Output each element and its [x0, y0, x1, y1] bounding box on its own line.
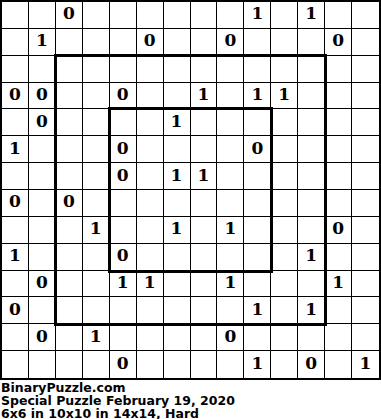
cell-r2c5[interactable]: [137, 56, 164, 83]
cell-r7c10[interactable]: [271, 190, 298, 217]
cell-r10c0[interactable]: [2, 271, 29, 298]
cell-r2c12[interactable]: [325, 56, 352, 83]
cell-r1c12: 0: [325, 29, 352, 56]
cell-r13c11: 0: [298, 351, 325, 378]
cell-r2c1[interactable]: [29, 56, 56, 83]
cell-r5c1[interactable]: [29, 136, 56, 163]
cell-r5c0: 1: [2, 136, 29, 163]
cell-r7c2: 0: [56, 190, 83, 217]
cell-r12c0[interactable]: [2, 324, 29, 351]
cell-r12c11[interactable]: [298, 324, 325, 351]
cell-r12c10[interactable]: [271, 324, 298, 351]
cell-r12c2[interactable]: [56, 324, 83, 351]
cell-r1c13[interactable]: [352, 29, 379, 56]
cell-r5c8[interactable]: [217, 136, 244, 163]
cell-r4c3[interactable]: [83, 109, 110, 136]
cell-r4c11[interactable]: [298, 109, 325, 136]
cell-r12c13[interactable]: [352, 324, 379, 351]
cell-r11c9: 1: [244, 297, 271, 324]
cell-r12c6[interactable]: [164, 324, 191, 351]
cell-r2c11[interactable]: [298, 56, 325, 83]
cell-r8c7[interactable]: [191, 217, 218, 244]
cell-r4c13[interactable]: [352, 109, 379, 136]
cell-r2c8[interactable]: [217, 56, 244, 83]
cell-r12c8: 0: [217, 324, 244, 351]
cell-r9c10[interactable]: [271, 244, 298, 271]
cell-r10c9[interactable]: [244, 271, 271, 298]
cell-r1c10[interactable]: [271, 29, 298, 56]
cell-r5c10[interactable]: [271, 136, 298, 163]
cell-r7c4[interactable]: [110, 190, 137, 217]
cell-r11c7[interactable]: [191, 297, 218, 324]
cell-r9c0: 1: [2, 244, 29, 271]
cell-r10c7[interactable]: [191, 271, 218, 298]
cell-r7c9[interactable]: [244, 190, 271, 217]
cell-r9c8[interactable]: [217, 244, 244, 271]
cell-r6c12[interactable]: [325, 163, 352, 190]
cell-r3c11[interactable]: [298, 83, 325, 110]
cell-r10c11[interactable]: [298, 271, 325, 298]
cell-r9c12[interactable]: [325, 244, 352, 271]
cell-r7c0: 0: [2, 190, 29, 217]
cell-r9c3[interactable]: [83, 244, 110, 271]
cell-r8c0[interactable]: [2, 217, 29, 244]
puzzle-spec: 6x6 in 10x10 in 14x14, Hard: [1, 407, 381, 419]
cell-r13c0[interactable]: [2, 351, 29, 378]
cell-r13c7[interactable]: [191, 351, 218, 378]
cell-r0c3[interactable]: [83, 2, 110, 29]
cell-r1c5: 0: [137, 29, 164, 56]
cell-r7c1[interactable]: [29, 190, 56, 217]
cell-r2c3[interactable]: [83, 56, 110, 83]
cell-r10c2[interactable]: [56, 271, 83, 298]
cell-r0c1[interactable]: [29, 2, 56, 29]
cell-r1c3[interactable]: [83, 29, 110, 56]
cell-r8c5[interactable]: [137, 217, 164, 244]
cell-r9c7[interactable]: [191, 244, 218, 271]
cell-r6c10[interactable]: [271, 163, 298, 190]
cell-r2c6[interactable]: [164, 56, 191, 83]
cell-r9c4: 0: [110, 244, 137, 271]
cell-r9c1[interactable]: [29, 244, 56, 271]
cell-r3c7: 1: [191, 83, 218, 110]
cell-r1c8: 0: [217, 29, 244, 56]
cell-r4c7[interactable]: [191, 109, 218, 136]
cell-r9c5[interactable]: [137, 244, 164, 271]
cell-r7c5[interactable]: [137, 190, 164, 217]
cell-r5c5[interactable]: [137, 136, 164, 163]
cell-r12c9[interactable]: [244, 324, 271, 351]
cell-r7c6[interactable]: [164, 190, 191, 217]
cell-r3c6[interactable]: [164, 83, 191, 110]
cell-r2c0[interactable]: [2, 56, 29, 83]
cell-r3c0: 0: [2, 83, 29, 110]
cell-r6c1[interactable]: [29, 163, 56, 190]
cell-r3c9: 1: [244, 83, 271, 110]
cell-r13c6[interactable]: [164, 351, 191, 378]
cell-r0c4[interactable]: [110, 2, 137, 29]
cell-r3c12[interactable]: [325, 83, 352, 110]
cell-r3c1: 0: [29, 83, 56, 110]
cell-r0c11: 1: [298, 2, 325, 29]
cell-r13c13: 1: [352, 351, 379, 378]
cell-r6c6: 1: [164, 163, 191, 190]
cell-r3c3[interactable]: [83, 83, 110, 110]
cell-r7c13[interactable]: [352, 190, 379, 217]
cell-r9c13[interactable]: [352, 244, 379, 271]
cell-r4c9[interactable]: [244, 109, 271, 136]
cell-r0c10[interactable]: [271, 2, 298, 29]
cell-r10c4: 1: [110, 271, 137, 298]
cell-r8c13[interactable]: [352, 217, 379, 244]
cell-r3c8[interactable]: [217, 83, 244, 110]
cell-r2c7[interactable]: [191, 56, 218, 83]
cell-r5c13[interactable]: [352, 136, 379, 163]
cell-r11c2[interactable]: [56, 297, 83, 324]
cell-r3c10: 1: [271, 83, 298, 110]
cell-r6c7: 1: [191, 163, 218, 190]
cell-r13c4: 0: [110, 351, 137, 378]
cell-r2c4[interactable]: [110, 56, 137, 83]
cell-r5c2[interactable]: [56, 136, 83, 163]
cell-r10c8: 1: [217, 271, 244, 298]
cell-r6c11[interactable]: [298, 163, 325, 190]
cell-r8c4[interactable]: [110, 217, 137, 244]
cell-r12c5[interactable]: [137, 324, 164, 351]
cell-r8c9[interactable]: [244, 217, 271, 244]
cell-r0c5[interactable]: [137, 2, 164, 29]
cell-r11c4[interactable]: [110, 297, 137, 324]
cell-r9c6[interactable]: [164, 244, 191, 271]
cell-r1c7[interactable]: [191, 29, 218, 56]
cell-r11c6[interactable]: [164, 297, 191, 324]
cell-r5c3[interactable]: [83, 136, 110, 163]
cell-r8c12: 0: [325, 217, 352, 244]
cell-r11c5[interactable]: [137, 297, 164, 324]
cell-r0c9: 1: [244, 2, 271, 29]
cell-r7c8[interactable]: [217, 190, 244, 217]
cell-r2c13[interactable]: [352, 56, 379, 83]
cell-r0c0[interactable]: [2, 2, 29, 29]
cell-r13c2[interactable]: [56, 351, 83, 378]
cell-r11c11: 1: [298, 297, 325, 324]
cell-r3c13[interactable]: [352, 83, 379, 110]
cell-r10c10[interactable]: [271, 271, 298, 298]
cell-r13c3[interactable]: [83, 351, 110, 378]
cell-r0c12[interactable]: [325, 2, 352, 29]
puzzle-grid: 0111000000111011000110011101010111101101…: [0, 0, 381, 380]
cell-r1c11[interactable]: [298, 29, 325, 56]
cell-r11c12[interactable]: [325, 297, 352, 324]
cell-r12c3: 1: [83, 324, 110, 351]
cell-r10c13[interactable]: [352, 271, 379, 298]
cell-r7c12[interactable]: [325, 190, 352, 217]
cell-r5c12[interactable]: [325, 136, 352, 163]
cell-r13c9: 1: [244, 351, 271, 378]
cell-r6c8[interactable]: [217, 163, 244, 190]
cell-r9c11: 1: [298, 244, 325, 271]
cell-r13c1[interactable]: [29, 351, 56, 378]
cell-r2c10[interactable]: [271, 56, 298, 83]
cell-r4c12[interactable]: [325, 109, 352, 136]
cell-r5c6[interactable]: [164, 136, 191, 163]
cell-r1c6[interactable]: [164, 29, 191, 56]
cell-r5c4: 0: [110, 136, 137, 163]
cell-r3c4: 0: [110, 83, 137, 110]
cell-r10c6[interactable]: [164, 271, 191, 298]
cell-r4c8[interactable]: [217, 109, 244, 136]
cell-r6c9[interactable]: [244, 163, 271, 190]
cell-r3c2[interactable]: [56, 83, 83, 110]
cell-r10c5: 1: [137, 271, 164, 298]
cell-r13c10[interactable]: [271, 351, 298, 378]
cell-r0c8[interactable]: [217, 2, 244, 29]
cell-r8c10[interactable]: [271, 217, 298, 244]
cell-r2c2[interactable]: [56, 56, 83, 83]
cell-r13c12[interactable]: [325, 351, 352, 378]
cell-r5c7[interactable]: [191, 136, 218, 163]
cell-r6c3[interactable]: [83, 163, 110, 190]
cell-r0c13[interactable]: [352, 2, 379, 29]
cell-r13c8[interactable]: [217, 351, 244, 378]
cell-r11c3[interactable]: [83, 297, 110, 324]
cell-r1c0[interactable]: [2, 29, 29, 56]
cell-r4c4[interactable]: [110, 109, 137, 136]
cell-r12c4[interactable]: [110, 324, 137, 351]
cell-r1c1: 1: [29, 29, 56, 56]
cell-r12c12[interactable]: [325, 324, 352, 351]
cell-r5c11[interactable]: [298, 136, 325, 163]
cell-r10c3[interactable]: [83, 271, 110, 298]
cell-r4c6: 1: [164, 109, 191, 136]
cell-r5c9: 0: [244, 136, 271, 163]
cell-r11c1[interactable]: [29, 297, 56, 324]
cell-r4c0[interactable]: [2, 109, 29, 136]
cell-r7c3[interactable]: [83, 190, 110, 217]
cell-r8c8: 1: [217, 217, 244, 244]
cell-r0c6[interactable]: [164, 2, 191, 29]
cell-r4c1: 0: [29, 109, 56, 136]
cell-r0c7[interactable]: [191, 2, 218, 29]
cell-r8c3: 1: [83, 217, 110, 244]
cell-r11c13[interactable]: [352, 297, 379, 324]
cell-r8c2[interactable]: [56, 217, 83, 244]
cell-r12c1: 0: [29, 324, 56, 351]
cell-r10c1: 0: [29, 271, 56, 298]
cell-r6c5[interactable]: [137, 163, 164, 190]
cell-r10c12: 1: [325, 271, 352, 298]
cell-r4c5[interactable]: [137, 109, 164, 136]
cell-r2c9[interactable]: [244, 56, 271, 83]
caption: BinaryPuzzle.com Special Puzzle February…: [0, 380, 381, 419]
cell-r1c2[interactable]: [56, 29, 83, 56]
cell-r9c9[interactable]: [244, 244, 271, 271]
cell-r8c11[interactable]: [298, 217, 325, 244]
cell-r12c7[interactable]: [191, 324, 218, 351]
cell-r13c5[interactable]: [137, 351, 164, 378]
cell-r1c9[interactable]: [244, 29, 271, 56]
cell-r6c0[interactable]: [2, 163, 29, 190]
cell-r8c6: 1: [164, 217, 191, 244]
cell-r7c11[interactable]: [298, 190, 325, 217]
cell-r1c4[interactable]: [110, 29, 137, 56]
cell-r4c10[interactable]: [271, 109, 298, 136]
cell-r3c5[interactable]: [137, 83, 164, 110]
cell-r11c10[interactable]: [271, 297, 298, 324]
cell-r6c4: 0: [110, 163, 137, 190]
cell-r11c8[interactable]: [217, 297, 244, 324]
cell-r7c7[interactable]: [191, 190, 218, 217]
cell-r0c2: 0: [56, 2, 83, 29]
cell-r11c0: 0: [2, 297, 29, 324]
cell-r6c13[interactable]: [352, 163, 379, 190]
cell-r8c1[interactable]: [29, 217, 56, 244]
cell-r9c2[interactable]: [56, 244, 83, 271]
cell-r6c2[interactable]: [56, 163, 83, 190]
cell-r4c2[interactable]: [56, 109, 83, 136]
